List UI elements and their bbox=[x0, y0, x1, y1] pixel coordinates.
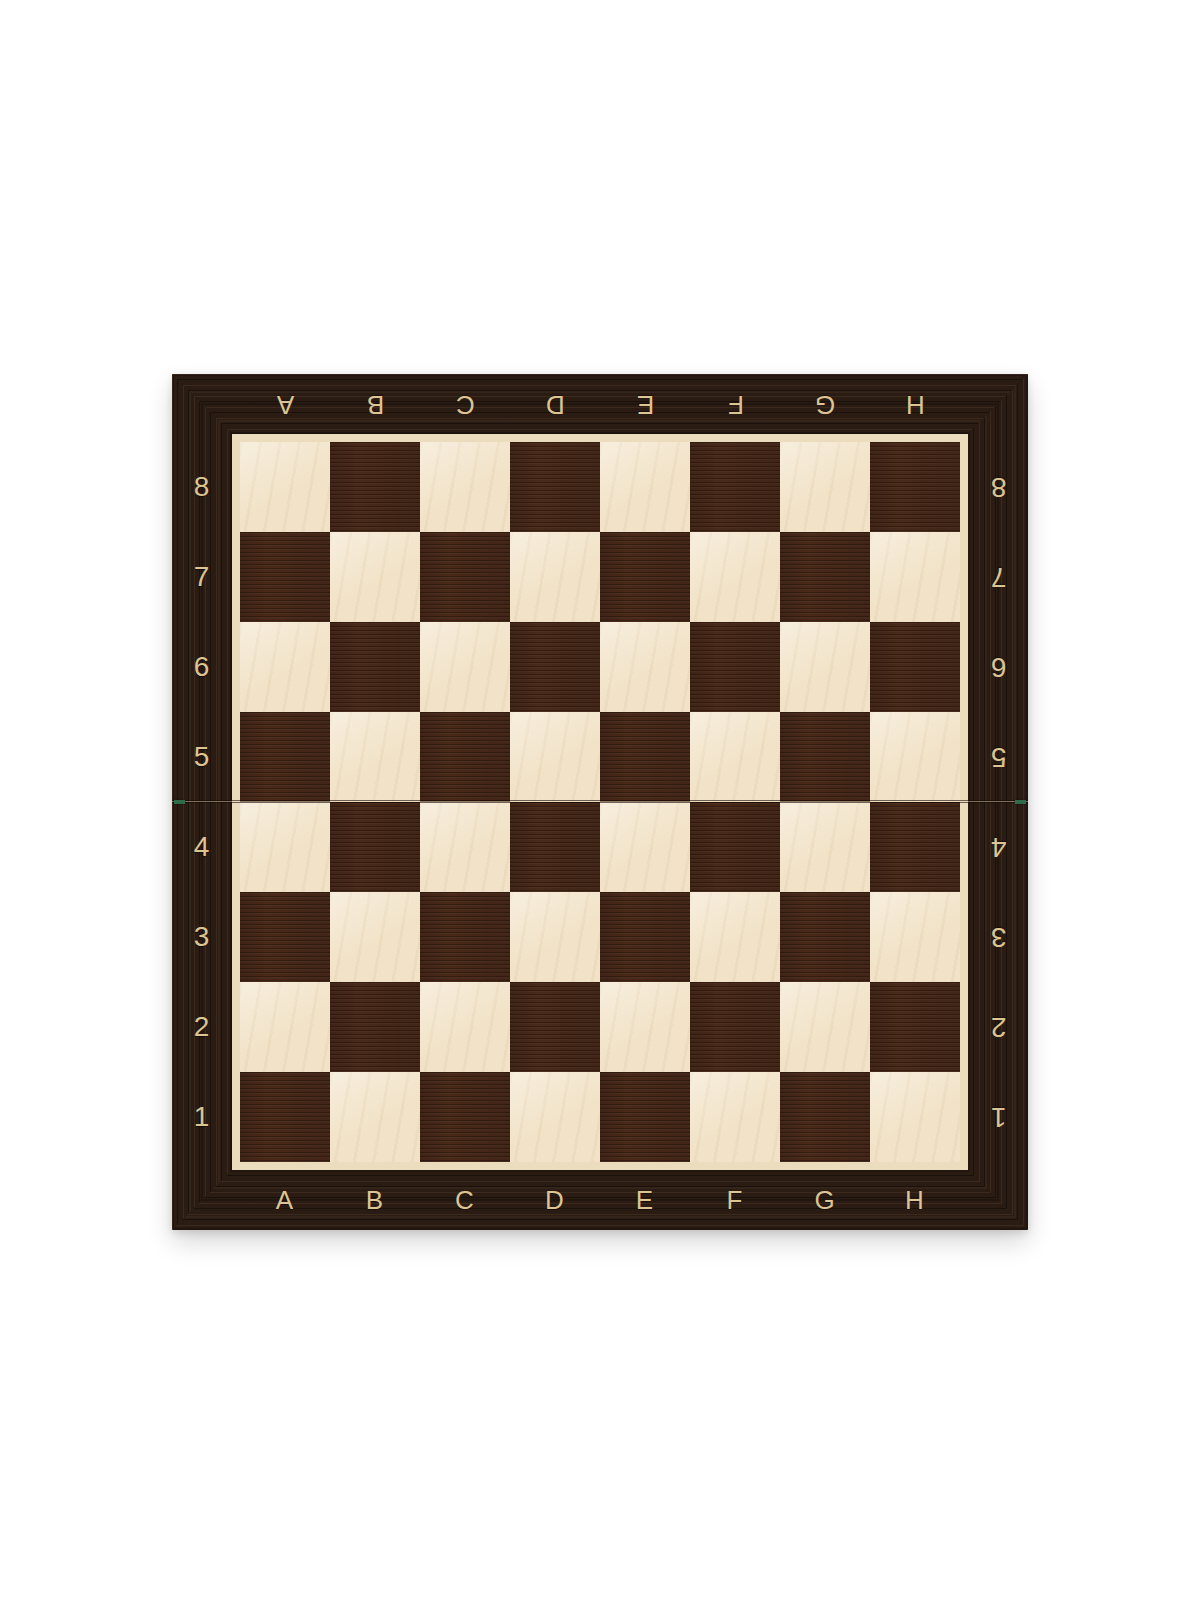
file-label-bottom-h: H bbox=[870, 1170, 960, 1230]
rank-label-right-6: 6 bbox=[968, 622, 1028, 712]
rank-label-left-6: 6 bbox=[172, 622, 232, 712]
square-b6[interactable] bbox=[330, 622, 420, 712]
file-label-top-c: C bbox=[420, 374, 510, 434]
square-b8[interactable] bbox=[330, 442, 420, 532]
file-label-top-text: G bbox=[814, 389, 835, 420]
file-label-top-text: A bbox=[276, 389, 294, 420]
square-a2[interactable] bbox=[240, 982, 330, 1072]
rank-label-right-1: 1 bbox=[968, 1072, 1028, 1162]
file-label-top-text: F bbox=[727, 389, 744, 420]
square-a8[interactable] bbox=[240, 442, 330, 532]
rank-label-left-text: 6 bbox=[194, 651, 211, 683]
square-h1[interactable] bbox=[870, 1072, 960, 1162]
file-label-bottom-text: B bbox=[366, 1185, 384, 1216]
square-e4[interactable] bbox=[600, 802, 690, 892]
square-f8[interactable] bbox=[690, 442, 780, 532]
rank-label-left-7: 7 bbox=[172, 532, 232, 622]
square-d7[interactable] bbox=[510, 532, 600, 622]
square-g3[interactable] bbox=[780, 892, 870, 982]
square-e5[interactable] bbox=[600, 712, 690, 802]
rank-label-left-1: 1 bbox=[172, 1072, 232, 1162]
square-h3[interactable] bbox=[870, 892, 960, 982]
square-b5[interactable] bbox=[330, 712, 420, 802]
file-label-bottom-text: G bbox=[814, 1185, 835, 1216]
rank-label-right-2: 2 bbox=[968, 982, 1028, 1072]
square-f1[interactable] bbox=[690, 1072, 780, 1162]
file-label-bottom-g: G bbox=[780, 1170, 870, 1230]
rank-label-left-text: 4 bbox=[194, 831, 211, 863]
file-label-bottom-text: A bbox=[276, 1185, 294, 1216]
square-h2[interactable] bbox=[870, 982, 960, 1072]
rank-label-left-2: 2 bbox=[172, 982, 232, 1072]
square-c3[interactable] bbox=[420, 892, 510, 982]
square-h4[interactable] bbox=[870, 802, 960, 892]
file-label-bottom-a: A bbox=[240, 1170, 330, 1230]
square-f2[interactable] bbox=[690, 982, 780, 1072]
square-d1[interactable] bbox=[510, 1072, 600, 1162]
square-a4[interactable] bbox=[240, 802, 330, 892]
square-b7[interactable] bbox=[330, 532, 420, 622]
file-label-bottom-text: E bbox=[636, 1185, 654, 1216]
square-h5[interactable] bbox=[870, 712, 960, 802]
square-g2[interactable] bbox=[780, 982, 870, 1072]
square-a3[interactable] bbox=[240, 892, 330, 982]
file-label-top-h: H bbox=[870, 374, 960, 434]
rank-label-right-8: 8 bbox=[968, 442, 1028, 532]
file-label-bottom-text: H bbox=[905, 1185, 925, 1216]
square-e8[interactable] bbox=[600, 442, 690, 532]
square-f5[interactable] bbox=[690, 712, 780, 802]
square-d4[interactable] bbox=[510, 802, 600, 892]
square-c2[interactable] bbox=[420, 982, 510, 1072]
rank-label-right-text: 2 bbox=[990, 1011, 1007, 1043]
square-d6[interactable] bbox=[510, 622, 600, 712]
square-d5[interactable] bbox=[510, 712, 600, 802]
file-label-bottom-text: D bbox=[545, 1185, 565, 1216]
square-c4[interactable] bbox=[420, 802, 510, 892]
rank-label-left-4: 4 bbox=[172, 802, 232, 892]
square-h6[interactable] bbox=[870, 622, 960, 712]
square-e7[interactable] bbox=[600, 532, 690, 622]
rank-label-right-text: 8 bbox=[990, 471, 1007, 503]
file-label-bottom-b: B bbox=[330, 1170, 420, 1230]
square-b2[interactable] bbox=[330, 982, 420, 1072]
square-h7[interactable] bbox=[870, 532, 960, 622]
square-a7[interactable] bbox=[240, 532, 330, 622]
fold-seam bbox=[172, 800, 1028, 803]
rank-label-right-text: 3 bbox=[990, 921, 1007, 953]
square-g7[interactable] bbox=[780, 532, 870, 622]
square-d3[interactable] bbox=[510, 892, 600, 982]
square-e6[interactable] bbox=[600, 622, 690, 712]
file-label-top-b: B bbox=[330, 374, 420, 434]
file-label-bottom-c: C bbox=[420, 1170, 510, 1230]
rank-label-left-8: 8 bbox=[172, 442, 232, 532]
rank-label-right-text: 7 bbox=[990, 561, 1007, 593]
rank-label-right-5: 5 bbox=[968, 712, 1028, 802]
rank-label-right-text: 6 bbox=[990, 651, 1007, 683]
square-c8[interactable] bbox=[420, 442, 510, 532]
square-a6[interactable] bbox=[240, 622, 330, 712]
rank-label-left-text: 2 bbox=[194, 1011, 211, 1043]
square-e2[interactable] bbox=[600, 982, 690, 1072]
file-label-top-f: F bbox=[690, 374, 780, 434]
rank-label-left-text: 8 bbox=[194, 471, 211, 503]
rank-label-left-3: 3 bbox=[172, 892, 232, 982]
file-label-top-text: E bbox=[636, 389, 654, 420]
file-label-top-text: D bbox=[545, 389, 565, 420]
file-label-bottom-d: D bbox=[510, 1170, 600, 1230]
file-label-top-e: E bbox=[600, 374, 690, 434]
square-h8[interactable] bbox=[870, 442, 960, 532]
square-f3[interactable] bbox=[690, 892, 780, 982]
rank-label-right-7: 7 bbox=[968, 532, 1028, 622]
square-e1[interactable] bbox=[600, 1072, 690, 1162]
square-a1[interactable] bbox=[240, 1072, 330, 1162]
rank-label-right-text: 4 bbox=[990, 831, 1007, 863]
rank-label-right-4: 4 bbox=[968, 802, 1028, 892]
square-g8[interactable] bbox=[780, 442, 870, 532]
file-label-top-text: C bbox=[455, 389, 475, 420]
rank-label-left-text: 7 bbox=[194, 561, 211, 593]
file-label-bottom-f: F bbox=[690, 1170, 780, 1230]
file-label-bottom-text: C bbox=[455, 1185, 475, 1216]
hinge-right bbox=[1015, 800, 1026, 804]
file-label-top-g: G bbox=[780, 374, 870, 434]
square-c7[interactable] bbox=[420, 532, 510, 622]
square-b1[interactable] bbox=[330, 1072, 420, 1162]
square-d2[interactable] bbox=[510, 982, 600, 1072]
rank-label-left-text: 1 bbox=[194, 1101, 211, 1133]
square-b3[interactable] bbox=[330, 892, 420, 982]
square-e3[interactable] bbox=[600, 892, 690, 982]
square-g1[interactable] bbox=[780, 1072, 870, 1162]
square-c5[interactable] bbox=[420, 712, 510, 802]
rank-label-right-text: 5 bbox=[990, 741, 1007, 773]
rank-label-left-text: 5 bbox=[194, 741, 211, 773]
rank-label-left-text: 3 bbox=[194, 921, 211, 953]
file-label-top-d: D bbox=[510, 374, 600, 434]
file-labels-bottom: ABCDEFGH bbox=[240, 1170, 960, 1230]
square-c1[interactable] bbox=[420, 1072, 510, 1162]
square-f6[interactable] bbox=[690, 622, 780, 712]
square-b4[interactable] bbox=[330, 802, 420, 892]
file-label-top-text: B bbox=[366, 389, 384, 420]
file-labels-top: ABCDEFGH bbox=[240, 374, 960, 434]
rank-label-left-5: 5 bbox=[172, 712, 232, 802]
file-label-bottom-e: E bbox=[600, 1170, 690, 1230]
file-label-top-text: H bbox=[905, 389, 925, 420]
square-f4[interactable] bbox=[690, 802, 780, 892]
chess-board: ABCDEFGH ABCDEFGH 87654321 87654321 bbox=[172, 374, 1028, 1230]
hinge-left bbox=[174, 800, 185, 804]
square-g4[interactable] bbox=[780, 802, 870, 892]
square-g5[interactable] bbox=[780, 712, 870, 802]
square-g6[interactable] bbox=[780, 622, 870, 712]
square-c6[interactable] bbox=[420, 622, 510, 712]
file-label-bottom-text: F bbox=[727, 1185, 744, 1216]
square-a5[interactable] bbox=[240, 712, 330, 802]
rank-label-right-text: 1 bbox=[990, 1101, 1007, 1133]
square-f7[interactable] bbox=[690, 532, 780, 622]
file-label-top-a: A bbox=[240, 374, 330, 434]
rank-label-right-3: 3 bbox=[968, 892, 1028, 982]
square-d8[interactable] bbox=[510, 442, 600, 532]
